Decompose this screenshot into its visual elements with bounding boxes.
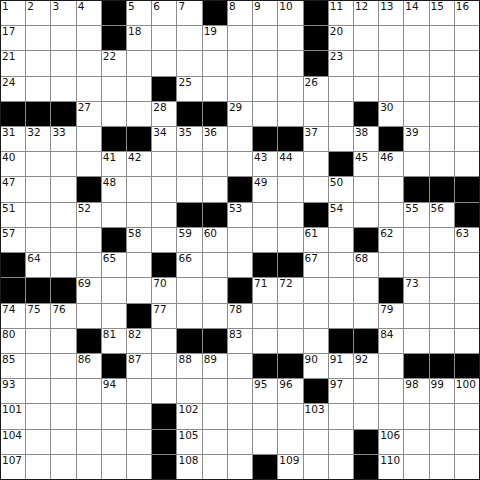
cell-r10c19[interactable]: 63 bbox=[455, 228, 479, 252]
cell-r7c2[interactable] bbox=[26, 152, 50, 176]
cell-r15c10[interactable] bbox=[228, 354, 252, 378]
cell-r11c13[interactable]: 67 bbox=[304, 253, 328, 277]
cell-r13c2[interactable]: 75 bbox=[26, 304, 50, 328]
cell-r14c6[interactable]: 82 bbox=[127, 329, 151, 353]
cell-r10c10[interactable] bbox=[228, 228, 252, 252]
cell-r1c15[interactable]: 12 bbox=[354, 1, 378, 25]
cell-r1c1[interactable]: 1 bbox=[1, 1, 25, 25]
cell-r4c17[interactable] bbox=[404, 77, 428, 101]
cell-r2c10[interactable] bbox=[228, 26, 252, 50]
cell-r3c4[interactable] bbox=[77, 51, 101, 75]
cell-r7c10[interactable] bbox=[228, 152, 252, 176]
cell-r19c16[interactable]: 110 bbox=[379, 455, 403, 479]
cell-r1c14[interactable]: 11 bbox=[329, 1, 353, 25]
cell-r1c10[interactable]: 8 bbox=[228, 1, 252, 25]
cell-r8c12[interactable] bbox=[278, 177, 302, 201]
cell-r6c2[interactable]: 32 bbox=[26, 127, 50, 151]
cell-r6c13[interactable]: 37 bbox=[304, 127, 328, 151]
cell-r15c8[interactable]: 88 bbox=[177, 354, 201, 378]
cell-r16c19[interactable]: 100 bbox=[455, 379, 479, 403]
cell-r16c18[interactable]: 99 bbox=[430, 379, 454, 403]
cell-r1c11[interactable]: 9 bbox=[253, 1, 277, 25]
cell-r2c12[interactable] bbox=[278, 26, 302, 50]
cell-r6c18[interactable] bbox=[430, 127, 454, 151]
cell-r12c17[interactable]: 73 bbox=[404, 278, 428, 302]
cell-r18c5[interactable] bbox=[102, 430, 126, 454]
cell-r3c8[interactable] bbox=[177, 51, 201, 75]
cell-r18c14[interactable] bbox=[329, 430, 353, 454]
cell-r16c1[interactable]: 93 bbox=[1, 379, 25, 403]
cell-r16c16[interactable] bbox=[379, 379, 403, 403]
cell-r18c9[interactable] bbox=[203, 430, 227, 454]
cell-r16c10[interactable] bbox=[228, 379, 252, 403]
cell-r1c17[interactable]: 14 bbox=[404, 1, 428, 25]
cell-r16c3[interactable] bbox=[51, 379, 75, 403]
cell-r13c16[interactable]: 79 bbox=[379, 304, 403, 328]
cell-r17c8[interactable]: 102 bbox=[177, 404, 201, 428]
cell-r2c16[interactable] bbox=[379, 26, 403, 50]
cell-r18c11[interactable] bbox=[253, 430, 277, 454]
cell-r5c18[interactable] bbox=[430, 102, 454, 126]
cell-r1c8[interactable]: 7 bbox=[177, 1, 201, 25]
cell-r8c1[interactable]: 47 bbox=[1, 177, 25, 201]
cell-r7c3[interactable] bbox=[51, 152, 75, 176]
cell-r8c16[interactable] bbox=[379, 177, 403, 201]
cell-r5c13[interactable] bbox=[304, 102, 328, 126]
cell-r2c15[interactable] bbox=[354, 26, 378, 50]
cell-r12c11[interactable]: 71 bbox=[253, 278, 277, 302]
cell-r8c6[interactable] bbox=[127, 177, 151, 201]
cell-r6c4[interactable] bbox=[77, 127, 101, 151]
cell-r18c19[interactable] bbox=[455, 430, 479, 454]
cell-r2c18[interactable] bbox=[430, 26, 454, 50]
cell-r16c11[interactable]: 95 bbox=[253, 379, 277, 403]
cell-r16c6[interactable] bbox=[127, 379, 151, 403]
cell-r2c3[interactable] bbox=[51, 26, 75, 50]
cell-r17c10[interactable] bbox=[228, 404, 252, 428]
cell-r19c17[interactable] bbox=[404, 455, 428, 479]
cell-r7c15[interactable]: 45 bbox=[354, 152, 378, 176]
cell-r11c19[interactable] bbox=[455, 253, 479, 277]
cell-r19c10[interactable] bbox=[228, 455, 252, 479]
cell-r4c1[interactable]: 24 bbox=[1, 77, 25, 101]
cell-r12c8[interactable] bbox=[177, 278, 201, 302]
cell-r7c4[interactable] bbox=[77, 152, 101, 176]
cell-r11c5[interactable]: 65 bbox=[102, 253, 126, 277]
cell-r12c6[interactable] bbox=[127, 278, 151, 302]
cell-r6c9[interactable]: 36 bbox=[203, 127, 227, 151]
cell-r13c8[interactable] bbox=[177, 304, 201, 328]
cell-r4c15[interactable] bbox=[354, 77, 378, 101]
cell-r15c9[interactable]: 89 bbox=[203, 354, 227, 378]
cell-r9c6[interactable] bbox=[127, 203, 151, 227]
cell-r4c2[interactable] bbox=[26, 77, 50, 101]
cell-r4c18[interactable] bbox=[430, 77, 454, 101]
cell-r4c9[interactable] bbox=[203, 77, 227, 101]
cell-r18c16[interactable]: 106 bbox=[379, 430, 403, 454]
cell-r15c2[interactable] bbox=[26, 354, 50, 378]
cell-r8c3[interactable] bbox=[51, 177, 75, 201]
cell-r5c10[interactable]: 29 bbox=[228, 102, 252, 126]
cell-r12c5[interactable] bbox=[102, 278, 126, 302]
cell-r14c11[interactable] bbox=[253, 329, 277, 353]
cell-r18c1[interactable]: 104 bbox=[1, 430, 25, 454]
cell-r17c13[interactable]: 103 bbox=[304, 404, 328, 428]
cell-r8c11[interactable]: 49 bbox=[253, 177, 277, 201]
cell-r15c14[interactable]: 91 bbox=[329, 354, 353, 378]
cell-r2c19[interactable] bbox=[455, 26, 479, 50]
cell-r9c3[interactable] bbox=[51, 203, 75, 227]
cell-r8c2[interactable] bbox=[26, 177, 50, 201]
cell-r4c8[interactable]: 25 bbox=[177, 77, 201, 101]
cell-r19c12[interactable]: 109 bbox=[278, 455, 302, 479]
cell-r18c4[interactable] bbox=[77, 430, 101, 454]
cell-r9c18[interactable]: 56 bbox=[430, 203, 454, 227]
cell-r4c13[interactable]: 26 bbox=[304, 77, 328, 101]
cell-r4c5[interactable] bbox=[102, 77, 126, 101]
cell-r3c6[interactable] bbox=[127, 51, 151, 75]
cell-r4c3[interactable] bbox=[51, 77, 75, 101]
cell-r13c10[interactable]: 78 bbox=[228, 304, 252, 328]
cell-r6c19[interactable] bbox=[455, 127, 479, 151]
cell-r10c3[interactable] bbox=[51, 228, 75, 252]
cell-r18c8[interactable]: 105 bbox=[177, 430, 201, 454]
cell-r12c15[interactable] bbox=[354, 278, 378, 302]
cell-r19c3[interactable] bbox=[51, 455, 75, 479]
cell-r13c19[interactable] bbox=[455, 304, 479, 328]
cell-r6c14[interactable] bbox=[329, 127, 353, 151]
cell-r17c4[interactable] bbox=[77, 404, 101, 428]
cell-r7c16[interactable]: 46 bbox=[379, 152, 403, 176]
cell-r1c2[interactable]: 2 bbox=[26, 1, 50, 25]
cell-r18c2[interactable] bbox=[26, 430, 50, 454]
cell-r2c17[interactable] bbox=[404, 26, 428, 50]
cell-r3c1[interactable]: 21 bbox=[1, 51, 25, 75]
cell-r3c17[interactable] bbox=[404, 51, 428, 75]
cell-r10c6[interactable]: 58 bbox=[127, 228, 151, 252]
cell-r3c14[interactable]: 23 bbox=[329, 51, 353, 75]
cell-r9c15[interactable] bbox=[354, 203, 378, 227]
cell-r16c12[interactable]: 96 bbox=[278, 379, 302, 403]
cell-r13c14[interactable] bbox=[329, 304, 353, 328]
cell-r10c12[interactable] bbox=[278, 228, 302, 252]
cell-r10c2[interactable] bbox=[26, 228, 50, 252]
cell-r9c17[interactable]: 55 bbox=[404, 203, 428, 227]
cell-r10c14[interactable] bbox=[329, 228, 353, 252]
cell-r17c14[interactable] bbox=[329, 404, 353, 428]
cell-r13c13[interactable] bbox=[304, 304, 328, 328]
cell-r14c13[interactable] bbox=[304, 329, 328, 353]
cell-r2c4[interactable] bbox=[77, 26, 101, 50]
cell-r3c9[interactable] bbox=[203, 51, 227, 75]
cell-r6c7[interactable]: 34 bbox=[152, 127, 176, 151]
cell-r17c11[interactable] bbox=[253, 404, 277, 428]
cell-r11c6[interactable] bbox=[127, 253, 151, 277]
cell-r8c7[interactable] bbox=[152, 177, 176, 201]
cell-r15c15[interactable]: 92 bbox=[354, 354, 378, 378]
cell-r7c11[interactable]: 43 bbox=[253, 152, 277, 176]
cell-r7c12[interactable]: 44 bbox=[278, 152, 302, 176]
cell-r14c17[interactable] bbox=[404, 329, 428, 353]
cell-r19c2[interactable] bbox=[26, 455, 50, 479]
cell-r7c13[interactable] bbox=[304, 152, 328, 176]
cell-r4c14[interactable] bbox=[329, 77, 353, 101]
cell-r10c8[interactable]: 59 bbox=[177, 228, 201, 252]
cell-r2c1[interactable]: 17 bbox=[1, 26, 25, 50]
cell-r5c16[interactable]: 30 bbox=[379, 102, 403, 126]
cell-r9c2[interactable] bbox=[26, 203, 50, 227]
cell-r13c11[interactable] bbox=[253, 304, 277, 328]
cell-r1c6[interactable]: 5 bbox=[127, 1, 151, 25]
cell-r18c18[interactable] bbox=[430, 430, 454, 454]
cell-r18c3[interactable] bbox=[51, 430, 75, 454]
cell-r19c5[interactable] bbox=[102, 455, 126, 479]
cell-r4c19[interactable] bbox=[455, 77, 479, 101]
cell-r11c10[interactable] bbox=[228, 253, 252, 277]
cell-r3c15[interactable] bbox=[354, 51, 378, 75]
cell-r6c15[interactable]: 38 bbox=[354, 127, 378, 151]
cell-r10c11[interactable] bbox=[253, 228, 277, 252]
cell-r2c9[interactable]: 19 bbox=[203, 26, 227, 50]
cell-r8c5[interactable]: 48 bbox=[102, 177, 126, 201]
cell-r12c7[interactable]: 70 bbox=[152, 278, 176, 302]
cell-r5c11[interactable] bbox=[253, 102, 277, 126]
cell-r3c3[interactable] bbox=[51, 51, 75, 75]
cell-r13c7[interactable]: 77 bbox=[152, 304, 176, 328]
cell-r14c12[interactable] bbox=[278, 329, 302, 353]
cell-r18c12[interactable] bbox=[278, 430, 302, 454]
cell-r7c6[interactable]: 42 bbox=[127, 152, 151, 176]
cell-r15c1[interactable]: 85 bbox=[1, 354, 25, 378]
cell-r14c7[interactable] bbox=[152, 329, 176, 353]
cell-r5c6[interactable] bbox=[127, 102, 151, 126]
cell-r18c17[interactable] bbox=[404, 430, 428, 454]
cell-r16c14[interactable]: 97 bbox=[329, 379, 353, 403]
cell-r15c3[interactable] bbox=[51, 354, 75, 378]
cell-r6c10[interactable] bbox=[228, 127, 252, 151]
cell-r5c17[interactable] bbox=[404, 102, 428, 126]
cell-r13c1[interactable]: 74 bbox=[1, 304, 25, 328]
cell-r19c18[interactable] bbox=[430, 455, 454, 479]
cell-r4c6[interactable] bbox=[127, 77, 151, 101]
cell-r13c5[interactable] bbox=[102, 304, 126, 328]
cell-r11c4[interactable] bbox=[77, 253, 101, 277]
cell-r14c18[interactable] bbox=[430, 329, 454, 353]
cell-r1c12[interactable]: 10 bbox=[278, 1, 302, 25]
cell-r2c6[interactable]: 18 bbox=[127, 26, 151, 50]
cell-r9c11[interactable] bbox=[253, 203, 277, 227]
cell-r7c8[interactable] bbox=[177, 152, 201, 176]
cell-r17c15[interactable] bbox=[354, 404, 378, 428]
cell-r10c18[interactable] bbox=[430, 228, 454, 252]
cell-r13c4[interactable] bbox=[77, 304, 101, 328]
cell-r17c17[interactable] bbox=[404, 404, 428, 428]
cell-r16c2[interactable] bbox=[26, 379, 50, 403]
cell-r6c17[interactable]: 39 bbox=[404, 127, 428, 151]
cell-r7c17[interactable] bbox=[404, 152, 428, 176]
cell-r1c16[interactable]: 13 bbox=[379, 1, 403, 25]
cell-r13c3[interactable]: 76 bbox=[51, 304, 75, 328]
cell-r11c2[interactable]: 64 bbox=[26, 253, 50, 277]
cell-r4c10[interactable] bbox=[228, 77, 252, 101]
cell-r13c17[interactable] bbox=[404, 304, 428, 328]
cell-r16c5[interactable]: 94 bbox=[102, 379, 126, 403]
cell-r11c18[interactable] bbox=[430, 253, 454, 277]
cell-r10c16[interactable]: 62 bbox=[379, 228, 403, 252]
cell-r7c9[interactable] bbox=[203, 152, 227, 176]
cell-r4c12[interactable] bbox=[278, 77, 302, 101]
cell-r11c3[interactable] bbox=[51, 253, 75, 277]
cell-r16c7[interactable] bbox=[152, 379, 176, 403]
cell-r10c17[interactable] bbox=[404, 228, 428, 252]
cell-r10c7[interactable] bbox=[152, 228, 176, 252]
cell-r17c3[interactable] bbox=[51, 404, 75, 428]
cell-r7c18[interactable] bbox=[430, 152, 454, 176]
cell-r17c19[interactable] bbox=[455, 404, 479, 428]
cell-r6c1[interactable]: 31 bbox=[1, 127, 25, 151]
cell-r9c14[interactable]: 54 bbox=[329, 203, 353, 227]
cell-r19c6[interactable] bbox=[127, 455, 151, 479]
cell-r18c13[interactable] bbox=[304, 430, 328, 454]
cell-r3c19[interactable] bbox=[455, 51, 479, 75]
cell-r19c13[interactable] bbox=[304, 455, 328, 479]
cell-r19c9[interactable] bbox=[203, 455, 227, 479]
cell-r2c7[interactable] bbox=[152, 26, 176, 50]
cell-r18c10[interactable] bbox=[228, 430, 252, 454]
cell-r17c16[interactable] bbox=[379, 404, 403, 428]
cell-r4c11[interactable] bbox=[253, 77, 277, 101]
cell-r14c1[interactable]: 80 bbox=[1, 329, 25, 353]
cell-r13c18[interactable] bbox=[430, 304, 454, 328]
cell-r14c2[interactable] bbox=[26, 329, 50, 353]
cell-r17c18[interactable] bbox=[430, 404, 454, 428]
cell-r6c8[interactable]: 35 bbox=[177, 127, 201, 151]
cell-r2c8[interactable] bbox=[177, 26, 201, 50]
cell-r15c6[interactable]: 87 bbox=[127, 354, 151, 378]
cell-r4c16[interactable] bbox=[379, 77, 403, 101]
cell-r12c12[interactable]: 72 bbox=[278, 278, 302, 302]
cell-r14c5[interactable]: 81 bbox=[102, 329, 126, 353]
cell-r15c4[interactable]: 86 bbox=[77, 354, 101, 378]
cell-r13c9[interactable] bbox=[203, 304, 227, 328]
cell-r9c7[interactable] bbox=[152, 203, 176, 227]
cell-r6c3[interactable]: 33 bbox=[51, 127, 75, 151]
cell-r3c18[interactable] bbox=[430, 51, 454, 75]
cell-r14c16[interactable]: 84 bbox=[379, 329, 403, 353]
cell-r8c14[interactable]: 50 bbox=[329, 177, 353, 201]
cell-r11c16[interactable] bbox=[379, 253, 403, 277]
cell-r8c13[interactable] bbox=[304, 177, 328, 201]
cell-r5c5[interactable] bbox=[102, 102, 126, 126]
cell-r7c1[interactable]: 40 bbox=[1, 152, 25, 176]
cell-r9c1[interactable]: 51 bbox=[1, 203, 25, 227]
cell-r13c12[interactable] bbox=[278, 304, 302, 328]
cell-r8c15[interactable] bbox=[354, 177, 378, 201]
cell-r3c16[interactable] bbox=[379, 51, 403, 75]
cell-r9c4[interactable]: 52 bbox=[77, 203, 101, 227]
cell-r11c8[interactable]: 66 bbox=[177, 253, 201, 277]
cell-r10c13[interactable]: 61 bbox=[304, 228, 328, 252]
cell-r12c9[interactable] bbox=[203, 278, 227, 302]
cell-r5c4[interactable]: 27 bbox=[77, 102, 101, 126]
cell-r1c7[interactable]: 6 bbox=[152, 1, 176, 25]
cell-r9c12[interactable] bbox=[278, 203, 302, 227]
cell-r12c18[interactable] bbox=[430, 278, 454, 302]
cell-r15c13[interactable]: 90 bbox=[304, 354, 328, 378]
cell-r12c4[interactable]: 69 bbox=[77, 278, 101, 302]
cell-r7c5[interactable]: 41 bbox=[102, 152, 126, 176]
cell-r11c15[interactable]: 68 bbox=[354, 253, 378, 277]
cell-r8c9[interactable] bbox=[203, 177, 227, 201]
cell-r13c15[interactable] bbox=[354, 304, 378, 328]
cell-r5c14[interactable] bbox=[329, 102, 353, 126]
cell-r2c11[interactable] bbox=[253, 26, 277, 50]
cell-r2c14[interactable]: 20 bbox=[329, 26, 353, 50]
cell-r2c2[interactable] bbox=[26, 26, 50, 50]
cell-r7c19[interactable] bbox=[455, 152, 479, 176]
cell-r18c6[interactable] bbox=[127, 430, 151, 454]
cell-r11c14[interactable] bbox=[329, 253, 353, 277]
cell-r19c14[interactable] bbox=[329, 455, 353, 479]
cell-r16c17[interactable]: 98 bbox=[404, 379, 428, 403]
cell-r15c16[interactable] bbox=[379, 354, 403, 378]
cell-r4c4[interactable] bbox=[77, 77, 101, 101]
cell-r3c7[interactable] bbox=[152, 51, 176, 75]
cell-r12c14[interactable] bbox=[329, 278, 353, 302]
cell-r17c6[interactable] bbox=[127, 404, 151, 428]
cell-r11c17[interactable] bbox=[404, 253, 428, 277]
cell-r9c16[interactable] bbox=[379, 203, 403, 227]
cell-r19c4[interactable] bbox=[77, 455, 101, 479]
cell-r16c9[interactable] bbox=[203, 379, 227, 403]
cell-r10c9[interactable]: 60 bbox=[203, 228, 227, 252]
cell-r3c2[interactable] bbox=[26, 51, 50, 75]
cell-r14c3[interactable] bbox=[51, 329, 75, 353]
cell-r16c4[interactable] bbox=[77, 379, 101, 403]
cell-r19c19[interactable] bbox=[455, 455, 479, 479]
cell-r5c19[interactable] bbox=[455, 102, 479, 126]
cell-r7c7[interactable] bbox=[152, 152, 176, 176]
cell-r5c7[interactable]: 28 bbox=[152, 102, 176, 126]
cell-r11c9[interactable] bbox=[203, 253, 227, 277]
cell-r19c1[interactable]: 107 bbox=[1, 455, 25, 479]
cell-r10c1[interactable]: 57 bbox=[1, 228, 25, 252]
cell-r14c10[interactable]: 83 bbox=[228, 329, 252, 353]
cell-r17c2[interactable] bbox=[26, 404, 50, 428]
cell-r3c10[interactable] bbox=[228, 51, 252, 75]
cell-r19c8[interactable]: 108 bbox=[177, 455, 201, 479]
cell-r16c8[interactable] bbox=[177, 379, 201, 403]
cell-r17c1[interactable]: 101 bbox=[1, 404, 25, 428]
cell-r9c5[interactable] bbox=[102, 203, 126, 227]
cell-r17c12[interactable] bbox=[278, 404, 302, 428]
cell-r3c11[interactable] bbox=[253, 51, 277, 75]
cell-r17c9[interactable] bbox=[203, 404, 227, 428]
cell-r8c8[interactable] bbox=[177, 177, 201, 201]
cell-r12c13[interactable] bbox=[304, 278, 328, 302]
cell-r3c5[interactable]: 22 bbox=[102, 51, 126, 75]
cell-r5c12[interactable] bbox=[278, 102, 302, 126]
cell-r1c4[interactable]: 4 bbox=[77, 1, 101, 25]
cell-r15c7[interactable] bbox=[152, 354, 176, 378]
cell-r12c19[interactable] bbox=[455, 278, 479, 302]
cell-r10c4[interactable] bbox=[77, 228, 101, 252]
cell-r16c15[interactable] bbox=[354, 379, 378, 403]
cell-r1c3[interactable]: 3 bbox=[51, 1, 75, 25]
cell-r14c19[interactable] bbox=[455, 329, 479, 353]
cell-r9c10[interactable]: 53 bbox=[228, 203, 252, 227]
cell-r1c18[interactable]: 15 bbox=[430, 1, 454, 25]
